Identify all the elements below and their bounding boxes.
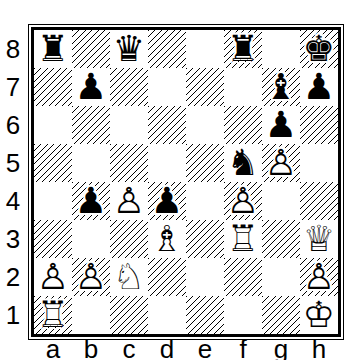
square-f5[interactable]: ♞♞ (224, 144, 262, 182)
square-e4[interactable] (186, 182, 224, 220)
piece-glyph: ♔ (300, 296, 338, 334)
file-labels: abcdefgh (34, 338, 338, 360)
square-b5[interactable] (72, 144, 110, 182)
rank-label-7: 7 (0, 68, 26, 106)
square-c5[interactable] (110, 144, 148, 182)
square-d8[interactable] (148, 30, 186, 68)
square-b2[interactable]: ♟♙ (72, 258, 110, 296)
square-f6[interactable] (224, 106, 262, 144)
black-pawn-h7: ♟♟ (300, 68, 338, 106)
square-d2[interactable] (148, 258, 186, 296)
white-pawn-g5: ♟♙ (262, 144, 300, 182)
square-f3[interactable]: ♜♖ (224, 220, 262, 258)
black-pawn-d4: ♟♟ (148, 182, 186, 220)
square-g2[interactable] (262, 258, 300, 296)
file-label-e: e (186, 338, 224, 360)
rank-label-2: 2 (0, 258, 26, 296)
file-label-a: a (34, 338, 72, 360)
square-d1[interactable] (148, 296, 186, 334)
file-label-c: c (110, 338, 148, 360)
rank-label-3: 3 (0, 220, 26, 258)
piece-glyph: ♙ (72, 258, 110, 296)
piece-glyph: ♛ (110, 30, 148, 68)
file-label-g: g (262, 338, 300, 360)
file-label-d: d (148, 338, 186, 360)
rank-label-6: 6 (0, 106, 26, 144)
chess-diagram: 87654321 ♜♜♛♛♜♜♚♚♟♟♝♝♟♟♟♟♞♞♟♙♟♟♟♙♟♟♟♙♝♗♜… (0, 0, 360, 360)
square-f2[interactable] (224, 258, 262, 296)
square-d4[interactable]: ♟♟ (148, 182, 186, 220)
piece-glyph: ♙ (110, 182, 148, 220)
square-f4[interactable]: ♟♙ (224, 182, 262, 220)
black-pawn-b4: ♟♟ (72, 182, 110, 220)
square-h8[interactable]: ♚♚ (300, 30, 338, 68)
piece-glyph: ♖ (224, 220, 262, 258)
square-c6[interactable] (110, 106, 148, 144)
square-h3[interactable]: ♛♕ (300, 220, 338, 258)
white-bishop-d3: ♝♗ (148, 220, 186, 258)
square-h6[interactable] (300, 106, 338, 144)
square-c8[interactable]: ♛♛ (110, 30, 148, 68)
square-h4[interactable] (300, 182, 338, 220)
square-e7[interactable] (186, 68, 224, 106)
square-e5[interactable] (186, 144, 224, 182)
black-queen-c8: ♛♛ (110, 30, 148, 68)
square-b8[interactable] (72, 30, 110, 68)
square-e3[interactable] (186, 220, 224, 258)
rank-label-1: 1 (0, 296, 26, 334)
square-f1[interactable] (224, 296, 262, 334)
square-f7[interactable] (224, 68, 262, 106)
square-h7[interactable]: ♟♟ (300, 68, 338, 106)
square-e8[interactable] (186, 30, 224, 68)
rank-label-5: 5 (0, 144, 26, 182)
square-c1[interactable] (110, 296, 148, 334)
white-rook-a1: ♜♖ (34, 296, 72, 334)
square-h5[interactable] (300, 144, 338, 182)
piece-glyph: ♙ (34, 258, 72, 296)
square-a4[interactable] (34, 182, 72, 220)
piece-glyph: ♖ (34, 296, 72, 334)
white-king-h1: ♚♔ (300, 296, 338, 334)
piece-glyph: ♟ (300, 68, 338, 106)
white-pawn-a2: ♟♙ (34, 258, 72, 296)
square-b7[interactable]: ♟♟ (72, 68, 110, 106)
square-b1[interactable] (72, 296, 110, 334)
square-d3[interactable]: ♝♗ (148, 220, 186, 258)
square-b3[interactable] (72, 220, 110, 258)
square-g3[interactable] (262, 220, 300, 258)
piece-glyph: ♙ (224, 182, 262, 220)
square-g6[interactable]: ♟♟ (262, 106, 300, 144)
square-h2[interactable]: ♟♙ (300, 258, 338, 296)
black-rook-f8: ♜♜ (224, 30, 262, 68)
piece-glyph: ♙ (300, 258, 338, 296)
white-pawn-h2: ♟♙ (300, 258, 338, 296)
square-a5[interactable] (34, 144, 72, 182)
square-d6[interactable] (148, 106, 186, 144)
black-king-h8: ♚♚ (300, 30, 338, 68)
square-a2[interactable]: ♟♙ (34, 258, 72, 296)
square-e1[interactable] (186, 296, 224, 334)
piece-glyph: ♗ (148, 220, 186, 258)
square-c3[interactable] (110, 220, 148, 258)
piece-glyph: ♟ (72, 182, 110, 220)
square-a7[interactable] (34, 68, 72, 106)
white-pawn-b2: ♟♙ (72, 258, 110, 296)
rank-label-4: 4 (0, 182, 26, 220)
square-g1[interactable] (262, 296, 300, 334)
white-queen-h3: ♛♕ (300, 220, 338, 258)
square-e6[interactable] (186, 106, 224, 144)
square-g7[interactable]: ♝♝ (262, 68, 300, 106)
file-label-h: h (300, 338, 338, 360)
square-c2[interactable]: ♞♘ (110, 258, 148, 296)
square-a1[interactable]: ♜♖ (34, 296, 72, 334)
rank-label-8: 8 (0, 30, 26, 68)
black-pawn-g6: ♟♟ (262, 106, 300, 144)
square-g8[interactable] (262, 30, 300, 68)
piece-glyph: ♟ (148, 182, 186, 220)
square-e2[interactable] (186, 258, 224, 296)
piece-glyph: ♕ (300, 220, 338, 258)
white-rook-f3: ♜♖ (224, 220, 262, 258)
piece-glyph: ♝ (262, 68, 300, 106)
chess-board: ♜♜♛♛♜♜♚♚♟♟♝♝♟♟♟♟♞♞♟♙♟♟♟♙♟♟♟♙♝♗♜♖♛♕♟♙♟♙♞♘… (34, 30, 338, 334)
square-a6[interactable] (34, 106, 72, 144)
square-a8[interactable]: ♜♜ (34, 30, 72, 68)
square-h1[interactable]: ♚♔ (300, 296, 338, 334)
piece-glyph: ♞ (224, 144, 262, 182)
piece-glyph: ♜ (224, 30, 262, 68)
black-rook-a8: ♜♜ (34, 30, 72, 68)
piece-glyph: ♘ (110, 258, 148, 296)
square-d7[interactable] (148, 68, 186, 106)
file-label-b: b (72, 338, 110, 360)
square-c7[interactable] (110, 68, 148, 106)
piece-glyph: ♟ (72, 68, 110, 106)
white-pawn-f4: ♟♙ (224, 182, 262, 220)
black-knight-f5: ♞♞ (224, 144, 262, 182)
square-b4[interactable]: ♟♟ (72, 182, 110, 220)
rank-labels: 87654321 (0, 30, 26, 334)
white-knight-c2: ♞♘ (110, 258, 148, 296)
board-frame: ♜♜♛♛♜♜♚♚♟♟♝♝♟♟♟♟♞♞♟♙♟♟♟♙♟♟♟♙♝♗♜♖♛♕♟♙♟♙♞♘… (28, 24, 344, 340)
square-d5[interactable] (148, 144, 186, 182)
white-pawn-c4: ♟♙ (110, 182, 148, 220)
piece-glyph: ♙ (262, 144, 300, 182)
square-b6[interactable] (72, 106, 110, 144)
board-inner-border: ♜♜♛♛♜♜♚♚♟♟♝♝♟♟♟♟♞♞♟♙♟♟♟♙♟♟♟♙♝♗♜♖♛♕♟♙♟♙♞♘… (31, 27, 341, 337)
square-g4[interactable] (262, 182, 300, 220)
piece-glyph: ♚ (300, 30, 338, 68)
black-bishop-g7: ♝♝ (262, 68, 300, 106)
file-label-f: f (224, 338, 262, 360)
square-f8[interactable]: ♜♜ (224, 30, 262, 68)
piece-glyph: ♟ (262, 106, 300, 144)
square-a3[interactable] (34, 220, 72, 258)
square-g5[interactable]: ♟♙ (262, 144, 300, 182)
black-pawn-b7: ♟♟ (72, 68, 110, 106)
square-c4[interactable]: ♟♙ (110, 182, 148, 220)
piece-glyph: ♜ (34, 30, 72, 68)
